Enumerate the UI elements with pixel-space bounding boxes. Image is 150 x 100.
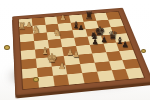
chess-board [12,8,150,96]
chess-piece-light-knight-b6[interactable]: ♞ [32,25,41,35]
chess-piece-light-pawn-f3[interactable]: ♟ [72,51,79,59]
chess-piece-dark-pawn-g4[interactable]: ♟ [101,36,108,44]
bottom-hinge-ring-icon [33,77,39,82]
chess-piece-light-pawn-d8[interactable]: ♟ [60,15,66,22]
product-photo-scene: ♟♜♜♟♝♞♟♚♞♞♛♝♟♟♝♟♟♟♚♟ [0,0,150,100]
chess-piece-light-knight-c5[interactable]: ♞ [53,28,62,38]
square-h1[interactable] [126,68,144,79]
chess-piece-dark-pawn-e6[interactable]: ♟ [78,25,84,32]
chess-piece-light-king-c2[interactable]: ♚ [47,52,58,64]
chess-piece-dark-pawn-h3[interactable]: ♟ [121,41,128,49]
chess-piece-dark-pawn-f4[interactable]: ♟ [92,38,99,46]
right-clasp-icon [141,49,146,53]
chess-piece-dark-rook-f8[interactable]: ♜ [85,11,94,21]
left-hinge-ring-icon [4,45,10,50]
chess-piece-light-pawn-d2[interactable]: ♟ [58,62,66,71]
square-b1[interactable] [38,76,54,88]
chess-piece-light-rook-a7[interactable]: ♜ [18,22,26,31]
